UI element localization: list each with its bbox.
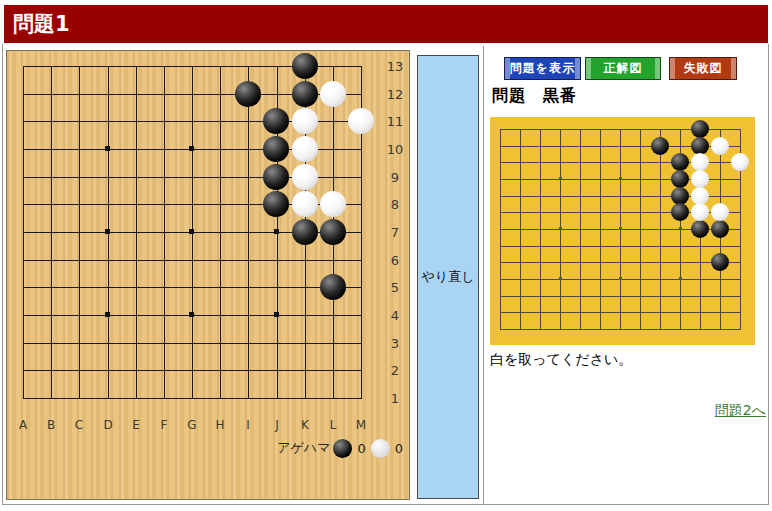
column-label: D [98, 418, 118, 432]
page-title-bar: 問題1 [4, 5, 768, 43]
black-capture-stone-icon [333, 439, 352, 458]
column-label: M [351, 418, 371, 432]
white-stone[interactable] [691, 187, 709, 205]
white-stone[interactable] [711, 137, 729, 155]
white-stone[interactable] [292, 191, 318, 217]
black-stone[interactable] [651, 137, 669, 155]
black-stone[interactable] [263, 108, 289, 134]
black-stone[interactable] [292, 219, 318, 245]
black-stone[interactable] [711, 253, 729, 271]
black-stone[interactable] [671, 170, 689, 188]
row-label: 13 [383, 59, 407, 74]
row-label: 9 [383, 170, 407, 185]
page-title: 問題1 [13, 12, 70, 36]
row-label: 6 [383, 253, 407, 268]
star-point [105, 312, 110, 317]
preview-go-board [490, 117, 755, 345]
next-problem-link[interactable]: 問題2へ [715, 402, 766, 420]
star-point [105, 229, 110, 234]
column-label: I [238, 418, 258, 432]
instruction-text: 白を取ってください。 [490, 351, 632, 369]
black-stone[interactable] [320, 274, 346, 300]
row-label: 1 [383, 391, 407, 406]
redo-button-label: やり直し [422, 268, 475, 286]
white-stone[interactable] [320, 191, 346, 217]
row-label: 10 [383, 142, 407, 157]
star-point [189, 146, 194, 151]
panel-divider [483, 46, 484, 505]
star-point [619, 277, 622, 280]
black-stone[interactable] [263, 136, 289, 162]
column-label: E [126, 418, 146, 432]
failure-diagram-button-label: 失敗図 [684, 61, 723, 75]
row-label: 3 [383, 336, 407, 351]
star-point [679, 227, 682, 230]
column-label: B [41, 418, 61, 432]
column-label: F [154, 418, 174, 432]
white-stone[interactable] [691, 153, 709, 171]
black-stone[interactable] [671, 153, 689, 171]
star-point [619, 177, 622, 180]
white-stone[interactable] [292, 108, 318, 134]
star-point [559, 227, 562, 230]
black-stone[interactable] [691, 220, 709, 238]
black-stone[interactable] [263, 191, 289, 217]
show-problem-button[interactable]: 問題を表示 [504, 57, 581, 80]
column-label: A [13, 418, 33, 432]
white-stone[interactable] [292, 136, 318, 162]
black-stone[interactable] [292, 53, 318, 79]
white-stone[interactable] [731, 153, 749, 171]
black-stone[interactable] [292, 81, 318, 107]
show-problem-button-label: 問題を表示 [510, 61, 575, 75]
row-label: 5 [383, 280, 407, 295]
row-label: 4 [383, 308, 407, 323]
row-label: 8 [383, 197, 407, 212]
capture-label: アゲハマ [277, 439, 330, 457]
black-stone[interactable] [671, 203, 689, 221]
correct-answer-button-label: 正解図 [604, 61, 643, 75]
black-stone[interactable] [671, 187, 689, 205]
main-go-board[interactable]: アゲハマ 0 0 ABCDEFGHIJKLM13121110987654321 [6, 50, 410, 500]
white-stone[interactable] [711, 203, 729, 221]
column-label: L [323, 418, 343, 432]
black-stone[interactable] [235, 81, 261, 107]
white-stone[interactable] [320, 81, 346, 107]
black-capture-count: 0 [357, 441, 365, 456]
row-label: 12 [383, 87, 407, 102]
page: 問題1 アゲハマ 0 0 ABCDEFGHIJKLM13121110987654… [0, 0, 772, 511]
column-label: G [182, 418, 202, 432]
stone-grid[interactable] [490, 121, 750, 338]
failure-diagram-button[interactable]: 失敗図 [669, 57, 737, 80]
white-capture-count: 0 [395, 441, 403, 456]
column-label: K [295, 418, 315, 432]
star-point [679, 277, 682, 280]
row-label: 7 [383, 225, 407, 240]
star-point [559, 177, 562, 180]
star-point [105, 146, 110, 151]
column-label: C [69, 418, 89, 432]
white-stone[interactable] [348, 108, 374, 134]
star-point [189, 229, 194, 234]
column-label: J [267, 418, 287, 432]
white-stone[interactable] [292, 164, 318, 190]
star-point [274, 312, 279, 317]
black-stone[interactable] [263, 164, 289, 190]
white-capture-stone-icon [371, 439, 390, 458]
row-label: 11 [383, 114, 407, 129]
black-stone[interactable] [320, 219, 346, 245]
capture-counter: アゲハマ 0 0 [277, 437, 406, 459]
stone-grid[interactable] [9, 52, 375, 412]
star-point [274, 229, 279, 234]
problem-heading: 問題 黒番 [492, 86, 577, 107]
star-point [189, 312, 194, 317]
star-point [559, 277, 562, 280]
column-label: H [210, 418, 230, 432]
correct-answer-button[interactable]: 正解図 [585, 57, 661, 80]
redo-button[interactable]: やり直し [417, 55, 479, 499]
white-stone[interactable] [691, 170, 709, 188]
black-stone[interactable] [711, 220, 729, 238]
row-label: 2 [383, 363, 407, 378]
white-stone[interactable] [691, 203, 709, 221]
black-stone[interactable] [691, 137, 709, 155]
black-stone[interactable] [691, 120, 709, 138]
star-point [619, 227, 622, 230]
